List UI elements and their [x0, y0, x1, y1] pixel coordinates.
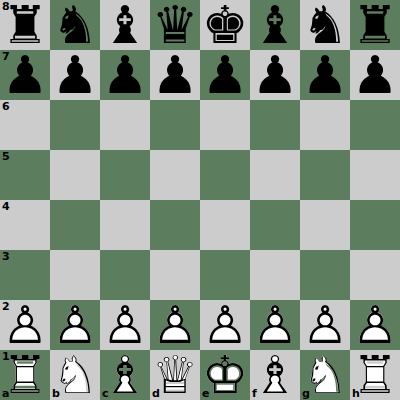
- piece-white-queen[interactable]: ♛♕: [150, 350, 200, 400]
- piece-white-pawn[interactable]: ♟♙: [50, 300, 100, 350]
- piece-outline-glyph: ♗: [100, 350, 150, 400]
- square-g5[interactable]: [300, 150, 350, 200]
- piece-black-pawn[interactable]: ♟: [300, 50, 350, 100]
- square-c4[interactable]: [100, 200, 150, 250]
- square-f8[interactable]: ♝: [250, 0, 300, 50]
- square-c2[interactable]: ♟♙: [100, 300, 150, 350]
- square-h1[interactable]: h♜♖: [350, 350, 400, 400]
- square-b3[interactable]: [50, 250, 100, 300]
- square-d4[interactable]: [150, 200, 200, 250]
- piece-glyph: ♟: [200, 50, 250, 100]
- square-b1[interactable]: b♞♘: [50, 350, 100, 400]
- piece-white-bishop[interactable]: ♝♗: [100, 350, 150, 400]
- square-e1[interactable]: e♚♔: [200, 350, 250, 400]
- piece-black-pawn[interactable]: ♟: [50, 50, 100, 100]
- square-f1[interactable]: f♝♗: [250, 350, 300, 400]
- square-e5[interactable]: [200, 150, 250, 200]
- square-b5[interactable]: [50, 150, 100, 200]
- piece-black-rook[interactable]: ♜: [350, 0, 400, 50]
- square-d5[interactable]: [150, 150, 200, 200]
- square-c3[interactable]: [100, 250, 150, 300]
- square-a6[interactable]: 6: [0, 100, 50, 150]
- square-f6[interactable]: [250, 100, 300, 150]
- piece-outline-glyph: ♙: [150, 300, 200, 350]
- square-a1[interactable]: 1a♜♖: [0, 350, 50, 400]
- piece-black-pawn[interactable]: ♟: [350, 50, 400, 100]
- rank-label-4: 4: [2, 201, 10, 212]
- square-g4[interactable]: [300, 200, 350, 250]
- square-e6[interactable]: [200, 100, 250, 150]
- piece-glyph: ♚: [200, 0, 250, 50]
- piece-black-pawn[interactable]: ♟: [250, 50, 300, 100]
- square-d6[interactable]: [150, 100, 200, 150]
- piece-white-pawn[interactable]: ♟♙: [100, 300, 150, 350]
- piece-outline-glyph: ♘: [300, 350, 350, 400]
- square-b6[interactable]: [50, 100, 100, 150]
- square-d8[interactable]: ♛: [150, 0, 200, 50]
- square-e7[interactable]: ♟: [200, 50, 250, 100]
- piece-white-pawn[interactable]: ♟♙: [150, 300, 200, 350]
- piece-black-pawn[interactable]: ♟: [100, 50, 150, 100]
- piece-white-bishop[interactable]: ♝♗: [250, 350, 300, 400]
- square-h8[interactable]: ♜: [350, 0, 400, 50]
- square-a2[interactable]: 2♟♙: [0, 300, 50, 350]
- square-h3[interactable]: [350, 250, 400, 300]
- square-h5[interactable]: [350, 150, 400, 200]
- piece-outline-glyph: ♔: [200, 350, 250, 400]
- chess-board: 8♜♞♝♛♚♝♞♜7♟♟♟♟♟♟♟♟65432♟♙♟♙♟♙♟♙♟♙♟♙♟♙♟♙1…: [0, 0, 400, 400]
- piece-white-knight[interactable]: ♞♘: [300, 350, 350, 400]
- square-d7[interactable]: ♟: [150, 50, 200, 100]
- piece-glyph: ♛: [150, 0, 200, 50]
- square-h6[interactable]: [350, 100, 400, 150]
- square-g3[interactable]: [300, 250, 350, 300]
- square-g6[interactable]: [300, 100, 350, 150]
- piece-glyph: ♟: [150, 50, 200, 100]
- piece-glyph: ♜: [350, 0, 400, 50]
- rank-label-3: 3: [2, 251, 10, 262]
- square-a7[interactable]: 7♟: [0, 50, 50, 100]
- piece-white-king[interactable]: ♚♔: [200, 350, 250, 400]
- square-f4[interactable]: [250, 200, 300, 250]
- piece-glyph: ♟: [300, 50, 350, 100]
- piece-outline-glyph: ♙: [350, 300, 400, 350]
- square-g1[interactable]: g♞♘: [300, 350, 350, 400]
- piece-outline-glyph: ♖: [350, 350, 400, 400]
- piece-white-rook[interactable]: ♜♖: [350, 350, 400, 400]
- square-e2[interactable]: ♟♙: [200, 300, 250, 350]
- piece-white-knight[interactable]: ♞♘: [50, 350, 100, 400]
- piece-glyph: ♜: [0, 0, 50, 50]
- piece-outline-glyph: ♙: [100, 300, 150, 350]
- square-a8[interactable]: 8♜: [0, 0, 50, 50]
- square-c1[interactable]: c♝♗: [100, 350, 150, 400]
- piece-outline-glyph: ♙: [50, 300, 100, 350]
- square-c6[interactable]: [100, 100, 150, 150]
- square-g2[interactable]: ♟♙: [300, 300, 350, 350]
- piece-white-pawn[interactable]: ♟♙: [300, 300, 350, 350]
- square-d1[interactable]: d♛♕: [150, 350, 200, 400]
- piece-glyph: ♞: [300, 0, 350, 50]
- square-e3[interactable]: [200, 250, 250, 300]
- square-c8[interactable]: ♝: [100, 0, 150, 50]
- square-c5[interactable]: [100, 150, 150, 200]
- piece-white-pawn[interactable]: ♟♙: [200, 300, 250, 350]
- square-a3[interactable]: 3: [0, 250, 50, 300]
- square-d3[interactable]: [150, 250, 200, 300]
- piece-black-king[interactable]: ♚: [200, 0, 250, 50]
- piece-black-pawn[interactable]: ♟: [0, 50, 50, 100]
- rank-label-6: 6: [2, 101, 10, 112]
- piece-glyph: ♝: [250, 0, 300, 50]
- square-b4[interactable]: [50, 200, 100, 250]
- square-h2[interactable]: ♟♙: [350, 300, 400, 350]
- piece-glyph: ♞: [50, 0, 100, 50]
- square-b7[interactable]: ♟: [50, 50, 100, 100]
- piece-glyph: ♟: [50, 50, 100, 100]
- piece-outline-glyph: ♗: [250, 350, 300, 400]
- piece-glyph: ♟: [350, 50, 400, 100]
- piece-black-knight[interactable]: ♞: [300, 0, 350, 50]
- piece-outline-glyph: ♙: [200, 300, 250, 350]
- square-f5[interactable]: [250, 150, 300, 200]
- piece-black-queen[interactable]: ♛: [150, 0, 200, 50]
- piece-white-rook[interactable]: ♜♖: [0, 350, 50, 400]
- square-d2[interactable]: ♟♙: [150, 300, 200, 350]
- piece-outline-glyph: ♙: [300, 300, 350, 350]
- piece-black-rook[interactable]: ♜: [0, 0, 50, 50]
- piece-outline-glyph: ♙: [250, 300, 300, 350]
- piece-glyph: ♟: [100, 50, 150, 100]
- square-e4[interactable]: [200, 200, 250, 250]
- square-h7[interactable]: ♟: [350, 50, 400, 100]
- piece-glyph: ♝: [100, 0, 150, 50]
- square-a5[interactable]: 5: [0, 150, 50, 200]
- piece-outline-glyph: ♕: [150, 350, 200, 400]
- square-h4[interactable]: [350, 200, 400, 250]
- square-a4[interactable]: 4: [0, 200, 50, 250]
- piece-glyph: ♟: [250, 50, 300, 100]
- square-f7[interactable]: ♟: [250, 50, 300, 100]
- square-e8[interactable]: ♚: [200, 0, 250, 50]
- piece-white-pawn[interactable]: ♟♙: [0, 300, 50, 350]
- rank-label-5: 5: [2, 151, 10, 162]
- square-g8[interactable]: ♞: [300, 0, 350, 50]
- square-f3[interactable]: [250, 250, 300, 300]
- piece-black-bishop[interactable]: ♝: [250, 0, 300, 50]
- square-b2[interactable]: ♟♙: [50, 300, 100, 350]
- piece-outline-glyph: ♖: [0, 350, 50, 400]
- square-c7[interactable]: ♟: [100, 50, 150, 100]
- square-b8[interactable]: ♞: [50, 0, 100, 50]
- square-g7[interactable]: ♟: [300, 50, 350, 100]
- square-f2[interactable]: ♟♙: [250, 300, 300, 350]
- piece-black-pawn[interactable]: ♟: [150, 50, 200, 100]
- piece-outline-glyph: ♘: [50, 350, 100, 400]
- piece-white-pawn[interactable]: ♟♙: [350, 300, 400, 350]
- piece-black-pawn[interactable]: ♟: [200, 50, 250, 100]
- piece-white-pawn[interactable]: ♟♙: [250, 300, 300, 350]
- piece-glyph: ♟: [0, 50, 50, 100]
- piece-black-knight[interactable]: ♞: [50, 0, 100, 50]
- piece-outline-glyph: ♙: [0, 300, 50, 350]
- piece-black-bishop[interactable]: ♝: [100, 0, 150, 50]
